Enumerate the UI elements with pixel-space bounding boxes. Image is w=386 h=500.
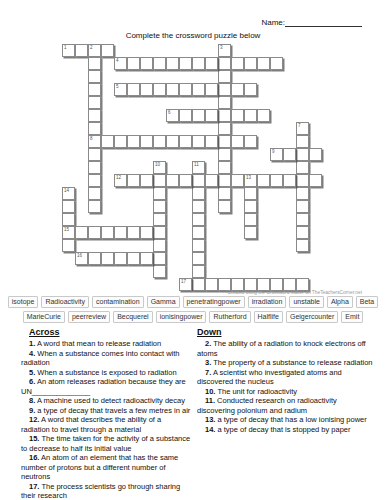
grid-cell[interactable] — [244, 57, 257, 70]
grid-cell[interactable] — [88, 174, 101, 187]
name-field: Name: — [261, 17, 362, 27]
word-bank-item: Alpha — [327, 296, 353, 308]
clue-number: 2. — [205, 339, 211, 348]
grid-cell[interactable] — [179, 57, 192, 70]
grid-cell[interactable] — [296, 148, 309, 161]
word-bank-item: Beta — [356, 296, 378, 308]
grid-cell[interactable]: 4 — [114, 57, 127, 70]
grid-cell[interactable] — [192, 187, 205, 200]
grid-cell[interactable] — [244, 187, 257, 200]
grid-cell[interactable]: 3 — [218, 44, 231, 57]
grid-cell[interactable]: 16 — [75, 252, 88, 265]
clue-text: Conducted research on radioactivity disc… — [197, 396, 337, 415]
clue-number: 5. — [29, 368, 35, 377]
grid-cell[interactable] — [127, 226, 140, 239]
grid-cell[interactable] — [88, 200, 101, 213]
clue-item: 12. A word that describes the ability of… — [21, 415, 191, 434]
grid-cell[interactable] — [127, 57, 140, 70]
clue-item: 8. A machine used to detect radioactivit… — [21, 396, 191, 406]
grid-cell[interactable]: 2 — [88, 44, 101, 57]
clue-text: An atom of an element that has the same … — [21, 453, 178, 481]
down-clues: Down2. The ability of a radiation to kno… — [197, 327, 375, 434]
word-bank-item: Geigercounter — [286, 311, 338, 323]
cell-number: 4 — [116, 58, 119, 63]
grid-cell[interactable]: 8 — [88, 135, 101, 148]
clue-number: 9. — [29, 406, 35, 415]
grid-cell[interactable] — [153, 57, 166, 70]
cell-number: 3 — [220, 45, 223, 50]
crossword-grid: 1283456791011121314151617 — [62, 44, 322, 291]
clue-item: 10. The unit for radioactivity — [197, 387, 375, 397]
credit-caption: Created using the Crossword Maker on The… — [227, 290, 362, 295]
clue-item: 3. The property of a substance to releas… — [197, 358, 375, 368]
clue-text: A word that describes the ability of a r… — [21, 415, 161, 434]
grid-cell[interactable] — [192, 252, 205, 265]
grid-cell[interactable] — [153, 174, 166, 187]
grid-cell[interactable] — [192, 265, 205, 278]
word-bank: isotopeRadioactivitycontaminationGammape… — [0, 296, 386, 323]
grid-cell[interactable] — [218, 187, 231, 200]
grid-cell[interactable] — [205, 109, 218, 122]
clue-number: 3. — [205, 358, 211, 367]
word-bank-item: irradiation — [248, 296, 287, 308]
grid-cell[interactable] — [153, 226, 166, 239]
grid-cell[interactable] — [231, 109, 244, 122]
grid-cell[interactable] — [179, 109, 192, 122]
grid-cell[interactable] — [296, 213, 309, 226]
grid-cell[interactable] — [62, 200, 75, 213]
clue-item: 15. The time taken for the activity of a… — [21, 434, 191, 453]
grid-cell[interactable]: 1 — [62, 44, 75, 57]
word-bank-item: isotope — [8, 296, 39, 308]
grid-cell[interactable] — [296, 161, 309, 174]
grid-cell[interactable]: 9 — [270, 148, 283, 161]
grid-cell[interactable] — [127, 135, 140, 148]
grid-cell[interactable] — [218, 70, 231, 83]
grid-cell[interactable] — [218, 83, 231, 96]
grid-cell[interactable] — [88, 161, 101, 174]
grid-cell[interactable] — [309, 148, 322, 161]
grid-cell[interactable] — [166, 83, 179, 96]
clue-item: 11. Conducted research on radioactivity … — [197, 396, 375, 415]
word-bank-item: Emit — [341, 311, 363, 323]
grid-cell[interactable] — [244, 83, 257, 96]
grid-cell[interactable] — [88, 70, 101, 83]
grid-cell[interactable] — [153, 265, 166, 278]
grid-cell[interactable] — [231, 135, 244, 148]
grid-cell[interactable] — [244, 213, 257, 226]
grid-cell[interactable] — [296, 200, 309, 213]
clue-item: 13. a type of decay that has a low ionis… — [197, 415, 375, 425]
grid-cell[interactable] — [140, 57, 153, 70]
cell-number: 13 — [246, 175, 251, 180]
word-bank-item: peerreview — [68, 311, 110, 323]
grid-cell[interactable] — [101, 135, 114, 148]
clue-text: a type of decay that has a low ionising … — [218, 415, 367, 424]
grid-cell[interactable] — [192, 239, 205, 252]
word-bank-item: Becquerel — [113, 311, 153, 323]
clue-text: The unit for radioactivity — [217, 387, 297, 396]
grid-cell[interactable] — [231, 174, 244, 187]
grid-cell[interactable] — [205, 278, 218, 291]
across-clues: Across1. A word that mean to release rad… — [21, 327, 191, 500]
grid-cell[interactable] — [205, 174, 218, 187]
grid-cell[interactable] — [283, 174, 296, 187]
grid-cell[interactable] — [101, 252, 114, 265]
grid-cell[interactable] — [192, 83, 205, 96]
word-bank-item: Halflife — [254, 311, 283, 323]
grid-cell[interactable] — [127, 83, 140, 96]
clue-text: An atom releases radiation because they … — [21, 377, 186, 396]
word-bank-row: MarieCuriepeerreviewBecquerelionisingpow… — [23, 311, 364, 323]
grid-cell[interactable]: 17 — [179, 278, 192, 291]
grid-cell[interactable] — [309, 174, 322, 187]
word-bank-item: Radioactivity — [41, 296, 89, 308]
grid-cell[interactable] — [205, 135, 218, 148]
grid-cell[interactable] — [231, 83, 244, 96]
grid-cell[interactable] — [205, 57, 218, 70]
grid-cell[interactable] — [218, 135, 231, 148]
clue-text: When a substance is exposed to radiation — [37, 368, 176, 377]
word-bank-item: contamination — [92, 296, 144, 308]
cell-number: 2 — [90, 45, 93, 50]
word-bank-item: ionisingpower — [156, 311, 207, 323]
cell-number: 15 — [64, 227, 69, 232]
grid-cell[interactable] — [88, 96, 101, 109]
grid-cell[interactable] — [153, 200, 166, 213]
grid-cell[interactable] — [231, 57, 244, 70]
grid-cell[interactable] — [270, 57, 283, 70]
page-title: Complete the crossword puzzle below — [0, 31, 386, 40]
grid-cell[interactable]: 13 — [244, 174, 257, 187]
grid-cell[interactable] — [140, 135, 153, 148]
grid-cell[interactable] — [166, 135, 179, 148]
grid-cell[interactable] — [127, 174, 140, 187]
grid-cell[interactable] — [244, 135, 257, 148]
grid-cell[interactable] — [218, 161, 231, 174]
clue-number: 8. — [29, 396, 35, 405]
clue-number: 4. — [29, 349, 35, 358]
grid-cell[interactable] — [88, 83, 101, 96]
grid-cell[interactable] — [114, 252, 127, 265]
clue-number: 1. — [29, 339, 35, 348]
clue-item: 4. When a substance comes into contact w… — [21, 349, 191, 368]
clue-number: 10. — [205, 387, 215, 396]
grid-cell[interactable] — [270, 174, 283, 187]
grid-cell[interactable] — [62, 239, 75, 252]
grid-cell[interactable]: 14 — [62, 187, 75, 200]
word-bank-item: unstable — [289, 296, 323, 308]
grid-cell[interactable] — [192, 278, 205, 291]
clue-number: 16. — [29, 453, 39, 462]
grid-cell[interactable] — [218, 57, 231, 70]
grid-cell[interactable] — [218, 148, 231, 161]
clue-item: 6. An atom releases radiation because th… — [21, 377, 191, 396]
grid-cell[interactable]: 10 — [153, 161, 166, 174]
grid-cell[interactable] — [114, 226, 127, 239]
grid-cell[interactable] — [192, 135, 205, 148]
grid-cell[interactable] — [101, 44, 114, 57]
worksheet-page: Name: Complete the crossword puzzle belo… — [0, 0, 386, 500]
grid-cell[interactable] — [218, 174, 231, 187]
grid-cell[interactable] — [166, 174, 179, 187]
grid-cell[interactable] — [244, 109, 257, 122]
clue-text: The time taken for the activity of a sub… — [21, 434, 190, 453]
grid-cell[interactable] — [153, 213, 166, 226]
clue-number: 12. — [29, 415, 39, 424]
grid-cell[interactable] — [153, 135, 166, 148]
grid-cell[interactable] — [140, 252, 153, 265]
grid-cell[interactable] — [166, 57, 179, 70]
clue-number: 6. — [29, 377, 35, 386]
grid-cell[interactable] — [192, 213, 205, 226]
grid-cell[interactable] — [88, 252, 101, 265]
grid-cell[interactable] — [257, 109, 270, 122]
grid-cell[interactable] — [218, 96, 231, 109]
grid-cell[interactable] — [192, 109, 205, 122]
clue-number: 15. — [29, 434, 39, 443]
grid-cell[interactable] — [88, 109, 101, 122]
word-bank-item: MarieCurie — [23, 311, 65, 323]
grid-cell[interactable]: 5 — [114, 83, 127, 96]
cell-number: 14 — [64, 188, 69, 193]
clue-item: 7. A scientist who investigated atoms an… — [197, 368, 375, 387]
grid-cell[interactable] — [179, 83, 192, 96]
grid-cell[interactable] — [153, 187, 166, 200]
grid-cell[interactable] — [179, 135, 192, 148]
clue-text: When a substance comes into contact with… — [21, 349, 180, 368]
grid-cell[interactable]: 6 — [166, 109, 179, 122]
clue-text: The process scientists go through sharin… — [21, 482, 180, 500]
clue-text: A scientist who investigated atoms and d… — [197, 368, 342, 387]
grid-cell[interactable] — [75, 44, 88, 57]
grid-cell[interactable] — [62, 213, 75, 226]
clue-text: A machine used to detect radioactivity d… — [37, 396, 185, 405]
grid-cell[interactable] — [192, 57, 205, 70]
grid-cell[interactable] — [283, 148, 296, 161]
word-bank-item: Gamma — [147, 296, 180, 308]
grid-cell[interactable] — [296, 226, 309, 239]
grid-cell[interactable] — [257, 174, 270, 187]
grid-cell[interactable] — [88, 122, 101, 135]
grid-cell[interactable]: 11 — [192, 161, 205, 174]
grid-cell[interactable] — [153, 83, 166, 96]
clue-text: The property of a substance to release r… — [213, 358, 372, 367]
grid-cell[interactable] — [205, 83, 218, 96]
cell-number: 9 — [272, 149, 275, 154]
grid-cell[interactable] — [153, 252, 166, 265]
grid-cell[interactable] — [257, 57, 270, 70]
grid-cell[interactable] — [88, 148, 101, 161]
grid-cell[interactable] — [153, 239, 166, 252]
across-heading: Across — [29, 327, 191, 337]
clue-text: a type of decay that is stopped by paper — [218, 425, 351, 434]
clue-item: 14. a type of decay that is stopped by p… — [197, 425, 375, 435]
grid-cell[interactable] — [88, 187, 101, 200]
cell-number: 17 — [181, 279, 186, 284]
cell-number: 12 — [116, 175, 121, 180]
cell-number: 7 — [298, 123, 301, 128]
grid-cell[interactable] — [244, 226, 257, 239]
cell-number: 16 — [77, 253, 82, 258]
grid-cell[interactable] — [192, 200, 205, 213]
clue-item: 16. An atom of an element that has the s… — [21, 453, 191, 482]
name-label: Name: — [261, 18, 285, 27]
grid-cell[interactable]: 7 — [296, 122, 309, 135]
grid-cell[interactable] — [101, 226, 114, 239]
grid-cell[interactable]: 12 — [114, 174, 127, 187]
cell-number: 11 — [194, 162, 199, 167]
clue-text: a type of decay that travels a few metre… — [37, 406, 190, 415]
grid-cell[interactable] — [296, 187, 309, 200]
grid-cell[interactable] — [140, 226, 153, 239]
grid-cell[interactable] — [296, 174, 309, 187]
grid-cell[interactable] — [127, 252, 140, 265]
clue-item: 1. A word that mean to release radiation — [21, 339, 191, 349]
cell-number: 8 — [90, 136, 93, 141]
cell-number: 5 — [116, 84, 119, 89]
grid-cell[interactable] — [218, 109, 231, 122]
clue-number: 7. — [205, 368, 211, 377]
clue-item: 17. The process scientists go through sh… — [21, 482, 191, 500]
clue-item: 2. The ability of a radiation to knock e… — [197, 339, 375, 358]
grid-cell[interactable] — [192, 226, 205, 239]
grid-cell[interactable] — [140, 174, 153, 187]
clue-number: 11. — [205, 396, 215, 405]
grid-cell[interactable] — [192, 174, 205, 187]
down-heading: Down — [197, 327, 375, 337]
word-bank-item: Rutherford — [209, 311, 250, 323]
clue-number: 17. — [29, 482, 39, 491]
clue-text: A word that mean to release radiation — [37, 339, 161, 348]
grid-cell[interactable] — [244, 200, 257, 213]
clue-item: 9. a type of decay that travels a few me… — [21, 406, 191, 416]
name-input-line[interactable] — [285, 17, 362, 27]
word-bank-item: penetratingpower — [183, 296, 245, 308]
grid-cell[interactable] — [218, 200, 231, 213]
word-bank-row: isotopeRadioactivitycontaminationGammape… — [8, 296, 378, 308]
grid-cell[interactable]: 15 — [62, 226, 75, 239]
clue-item: 5. When a substance is exposed to radiat… — [21, 368, 191, 378]
clue-number: 14. — [205, 425, 215, 434]
grid-cell[interactable] — [218, 122, 231, 135]
grid-cell[interactable] — [296, 135, 309, 148]
clue-number: 13. — [205, 415, 215, 424]
grid-cell[interactable] — [88, 57, 101, 70]
grid-cell[interactable] — [75, 226, 88, 239]
grid-cell[interactable] — [114, 135, 127, 148]
cell-number: 10 — [155, 162, 160, 167]
grid-cell[interactable] — [140, 83, 153, 96]
clue-text: The ability of a radiation to knock elec… — [197, 339, 366, 358]
grid-cell[interactable] — [296, 239, 309, 252]
grid-cell[interactable] — [88, 226, 101, 239]
grid-cell[interactable] — [179, 174, 192, 187]
cell-number: 1 — [64, 45, 67, 50]
cell-number: 6 — [168, 110, 171, 115]
